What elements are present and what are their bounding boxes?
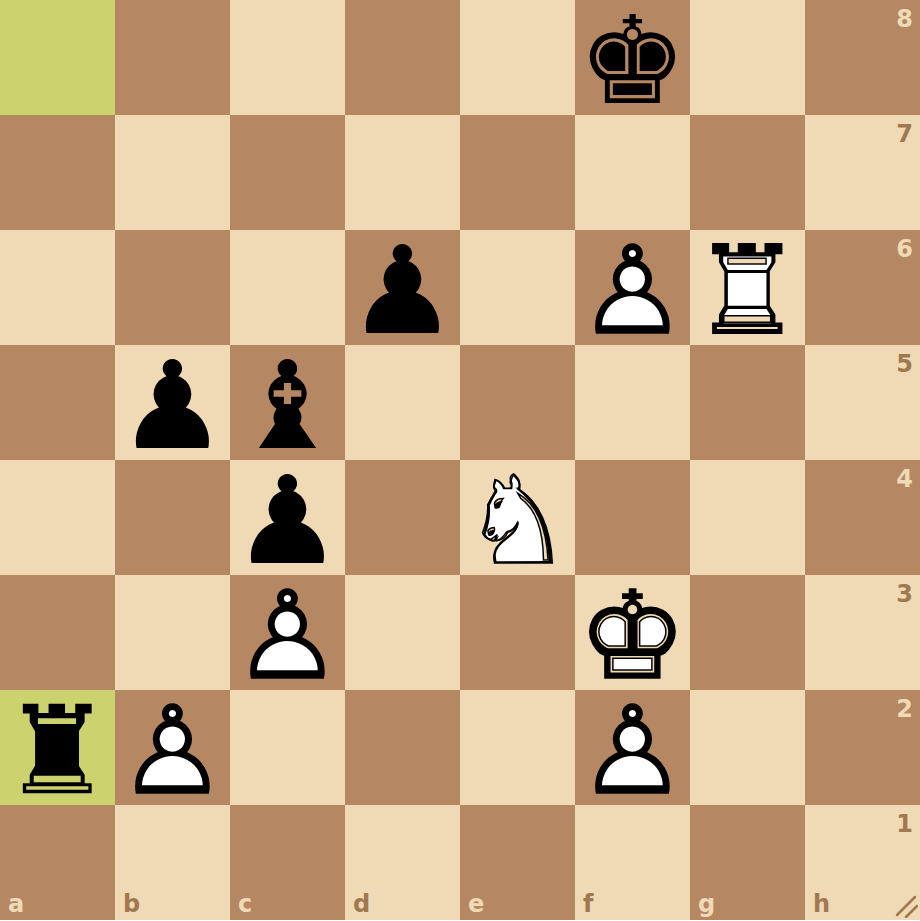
square-d1[interactable]: d — [345, 805, 460, 920]
square-e2[interactable] — [460, 690, 575, 805]
square-c1[interactable]: c — [230, 805, 345, 920]
square-f8[interactable]: ♚ — [575, 0, 690, 115]
black-pawn[interactable]: ♟ — [115, 345, 230, 460]
square-h2[interactable]: 2 — [805, 690, 920, 805]
square-a5[interactable] — [0, 345, 115, 460]
square-f5[interactable] — [575, 345, 690, 460]
square-f4[interactable] — [575, 460, 690, 575]
piece-outline-glyph: ♙ — [115, 693, 230, 808]
square-a6[interactable] — [0, 230, 115, 345]
square-a2[interactable]: ♜ — [0, 690, 115, 805]
square-d2[interactable] — [345, 690, 460, 805]
piece-glyph: ♝ — [230, 348, 345, 463]
square-c4[interactable]: ♟ — [230, 460, 345, 575]
square-a8[interactable] — [0, 0, 115, 115]
square-e3[interactable] — [460, 575, 575, 690]
square-f6[interactable]: ♟♙ — [575, 230, 690, 345]
rank-label-7: 7 — [896, 122, 913, 146]
file-label-c: c — [238, 892, 252, 916]
piece-outline-glyph: ♙ — [230, 578, 345, 693]
file-label-e: e — [468, 892, 484, 916]
piece-glyph: ♟ — [345, 233, 460, 348]
square-a1[interactable]: a — [0, 805, 115, 920]
square-f1[interactable]: f — [575, 805, 690, 920]
square-d6[interactable]: ♟ — [345, 230, 460, 345]
square-h3[interactable]: 3 — [805, 575, 920, 690]
piece-outline-glyph: ♘ — [460, 463, 575, 578]
square-c2[interactable] — [230, 690, 345, 805]
white-pawn[interactable]: ♟♙ — [575, 230, 690, 345]
piece-outline-glyph: ♙ — [575, 233, 690, 348]
square-d8[interactable] — [345, 0, 460, 115]
square-b2[interactable]: ♟♙ — [115, 690, 230, 805]
square-f3[interactable]: ♚♔ — [575, 575, 690, 690]
white-king[interactable]: ♚♔ — [575, 575, 690, 690]
black-king[interactable]: ♚ — [575, 0, 690, 115]
square-f7[interactable] — [575, 115, 690, 230]
square-g3[interactable] — [690, 575, 805, 690]
file-label-a: a — [8, 892, 24, 916]
square-h8[interactable]: 8 — [805, 0, 920, 115]
black-rook[interactable]: ♜ — [0, 690, 115, 805]
square-c5[interactable]: ♝ — [230, 345, 345, 460]
square-d7[interactable] — [345, 115, 460, 230]
black-pawn[interactable]: ♟ — [230, 460, 345, 575]
square-h5[interactable]: 5 — [805, 345, 920, 460]
rank-label-6: 6 — [896, 237, 913, 261]
white-pawn[interactable]: ♟♙ — [230, 575, 345, 690]
square-g8[interactable] — [690, 0, 805, 115]
white-knight[interactable]: ♞♘ — [460, 460, 575, 575]
rank-label-8: 8 — [896, 7, 913, 31]
square-e1[interactable]: e — [460, 805, 575, 920]
square-b8[interactable] — [115, 0, 230, 115]
square-g6[interactable]: ♜♖ — [690, 230, 805, 345]
square-c3[interactable]: ♟♙ — [230, 575, 345, 690]
file-label-g: g — [698, 892, 715, 916]
square-b4[interactable] — [115, 460, 230, 575]
square-e7[interactable] — [460, 115, 575, 230]
square-a7[interactable] — [0, 115, 115, 230]
square-a3[interactable] — [0, 575, 115, 690]
square-b3[interactable] — [115, 575, 230, 690]
rank-label-4: 4 — [896, 467, 913, 491]
piece-glyph: ♜ — [0, 693, 115, 808]
square-b7[interactable] — [115, 115, 230, 230]
square-c7[interactable] — [230, 115, 345, 230]
square-b1[interactable]: b — [115, 805, 230, 920]
piece-glyph: ♚ — [575, 3, 690, 118]
square-f2[interactable]: ♟♙ — [575, 690, 690, 805]
rank-label-3: 3 — [896, 582, 913, 606]
square-g2[interactable] — [690, 690, 805, 805]
square-g1[interactable]: g — [690, 805, 805, 920]
square-d5[interactable] — [345, 345, 460, 460]
board-resize-icon[interactable] — [892, 892, 918, 918]
square-b5[interactable]: ♟ — [115, 345, 230, 460]
file-label-h: h — [813, 892, 830, 916]
square-a4[interactable] — [0, 460, 115, 575]
piece-glyph: ♟ — [115, 348, 230, 463]
square-c8[interactable] — [230, 0, 345, 115]
black-pawn[interactable]: ♟ — [345, 230, 460, 345]
square-h6[interactable]: 6 — [805, 230, 920, 345]
rank-label-2: 2 — [896, 697, 913, 721]
chess-board: ♚87♟♟♙♜♖6♟♝5♟♞♘4♟♙♚♔3♜♟♙♟♙2abcdefgh1 — [0, 0, 920, 920]
file-label-b: b — [123, 892, 140, 916]
square-g4[interactable] — [690, 460, 805, 575]
square-b6[interactable] — [115, 230, 230, 345]
square-e6[interactable] — [460, 230, 575, 345]
rank-label-1: 1 — [896, 812, 913, 836]
square-d3[interactable] — [345, 575, 460, 690]
square-h1[interactable]: h1 — [805, 805, 920, 920]
piece-outline-glyph: ♙ — [575, 693, 690, 808]
piece-outline-glyph: ♖ — [690, 233, 805, 348]
square-g7[interactable] — [690, 115, 805, 230]
square-e4[interactable]: ♞♘ — [460, 460, 575, 575]
square-e5[interactable] — [460, 345, 575, 460]
square-g5[interactable] — [690, 345, 805, 460]
file-label-d: d — [353, 892, 370, 916]
white-pawn[interactable]: ♟♙ — [575, 690, 690, 805]
square-c6[interactable] — [230, 230, 345, 345]
black-bishop[interactable]: ♝ — [230, 345, 345, 460]
white-pawn[interactable]: ♟♙ — [115, 690, 230, 805]
square-h4[interactable]: 4 — [805, 460, 920, 575]
square-e8[interactable] — [460, 0, 575, 115]
square-h7[interactable]: 7 — [805, 115, 920, 230]
square-d4[interactable] — [345, 460, 460, 575]
file-label-f: f — [583, 892, 593, 916]
rank-label-5: 5 — [896, 352, 913, 376]
piece-glyph: ♟ — [230, 463, 345, 578]
white-rook[interactable]: ♜♖ — [690, 230, 805, 345]
piece-outline-glyph: ♔ — [575, 578, 690, 693]
